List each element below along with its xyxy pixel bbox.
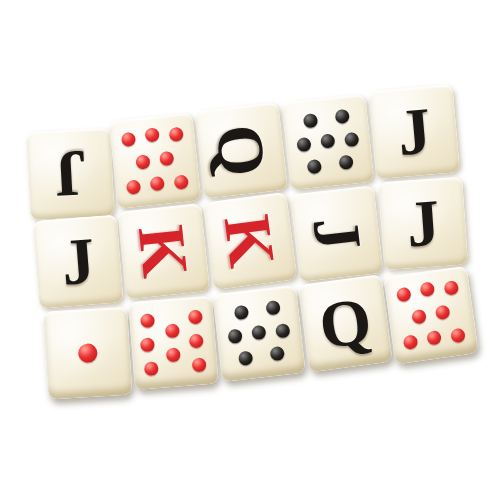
- tile-r1c2-8-pips-red[interactable]: [109, 113, 202, 209]
- letter-J-glyph: J: [395, 97, 434, 166]
- pip-dot: [419, 282, 435, 298]
- pip-dot: [191, 358, 206, 373]
- pip-dot: [396, 287, 412, 303]
- tile-r2c2-K[interactable]: K: [117, 203, 210, 299]
- tile-r3c1-1-pips-red[interactable]: [43, 307, 132, 400]
- letter-J-glyph: J: [59, 227, 97, 295]
- tile-r2c5-J[interactable]: J: [378, 177, 468, 271]
- pip-dot: [265, 300, 280, 315]
- pips-7-black: [293, 107, 363, 177]
- pip-dot: [166, 347, 181, 362]
- pip-dot: [426, 330, 442, 346]
- pip-dot: [165, 323, 180, 338]
- pip-dot: [450, 327, 466, 343]
- tile-r3c3-7-pips-black[interactable]: [212, 285, 305, 382]
- pip-dot: [275, 323, 290, 338]
- pip-dot: [189, 333, 204, 348]
- pip-dot: [338, 155, 353, 170]
- letter-Q-glyph: Q: [316, 287, 376, 359]
- pip-dot: [174, 174, 189, 189]
- pip-dot: [444, 280, 460, 296]
- pip-dot: [145, 128, 160, 143]
- product-photo-of-poker-tiles: JQJJKKJJQ: [0, 0, 500, 500]
- pip-dot: [344, 132, 359, 147]
- pip-dot: [297, 137, 312, 152]
- pip-dot: [251, 325, 266, 340]
- pips-8-red: [395, 279, 467, 351]
- pip-dot: [435, 305, 451, 321]
- tile-r3c5-8-pips-red[interactable]: [383, 266, 478, 365]
- pip-dot: [188, 309, 203, 324]
- pip-dot: [411, 309, 427, 325]
- letter-Q-glyph: Q: [206, 121, 277, 179]
- pip-dot: [402, 335, 418, 351]
- pip-dot: [334, 109, 349, 124]
- tile-board: JQJJKKJJQ: [22, 86, 478, 396]
- pips-8-red: [120, 126, 190, 196]
- pip-dot: [140, 313, 155, 328]
- pips-7-black: [224, 298, 295, 369]
- pip-dot: [121, 132, 136, 147]
- pip-dot: [228, 329, 243, 344]
- pip-dot: [135, 154, 150, 169]
- tile-r1c1-J[interactable]: J: [26, 128, 114, 220]
- letter-J-glyph: J: [52, 140, 88, 208]
- pip-dot: [270, 346, 285, 361]
- tile-r1c5-J[interactable]: J: [369, 84, 460, 179]
- pip-dot: [307, 159, 322, 174]
- tile-r2c1-J[interactable]: J: [33, 214, 124, 308]
- pip-dot: [169, 126, 184, 141]
- tile-r2c4-J[interactable]: J: [290, 185, 383, 282]
- tile-r3c4-Q[interactable]: Q: [298, 274, 393, 372]
- tile-r1c4-7-pips-black[interactable]: [282, 94, 375, 190]
- pip-dot: [320, 134, 335, 149]
- pip-dot: [159, 151, 174, 166]
- letter-K-glyph: K: [214, 211, 286, 271]
- letter-J-glyph: J: [302, 214, 371, 254]
- pip-dot: [302, 113, 317, 128]
- tile-r2c3-K[interactable]: K: [203, 192, 298, 290]
- tile-r1c3-Q[interactable]: Q: [195, 102, 288, 199]
- letter-K-glyph: K: [128, 222, 199, 280]
- pip-dot: [238, 351, 253, 366]
- tile-r3c2-8-pips-red[interactable]: [128, 296, 219, 390]
- pips-1-red: [54, 319, 122, 387]
- pips-8-red: [139, 308, 208, 377]
- pip-dot: [140, 337, 155, 352]
- pip-dot: [78, 343, 98, 363]
- pip-dot: [126, 180, 141, 195]
- pip-dot: [150, 176, 165, 191]
- pip-dot: [233, 305, 248, 320]
- letter-J-glyph: J: [404, 189, 442, 257]
- pip-dot: [143, 361, 158, 376]
